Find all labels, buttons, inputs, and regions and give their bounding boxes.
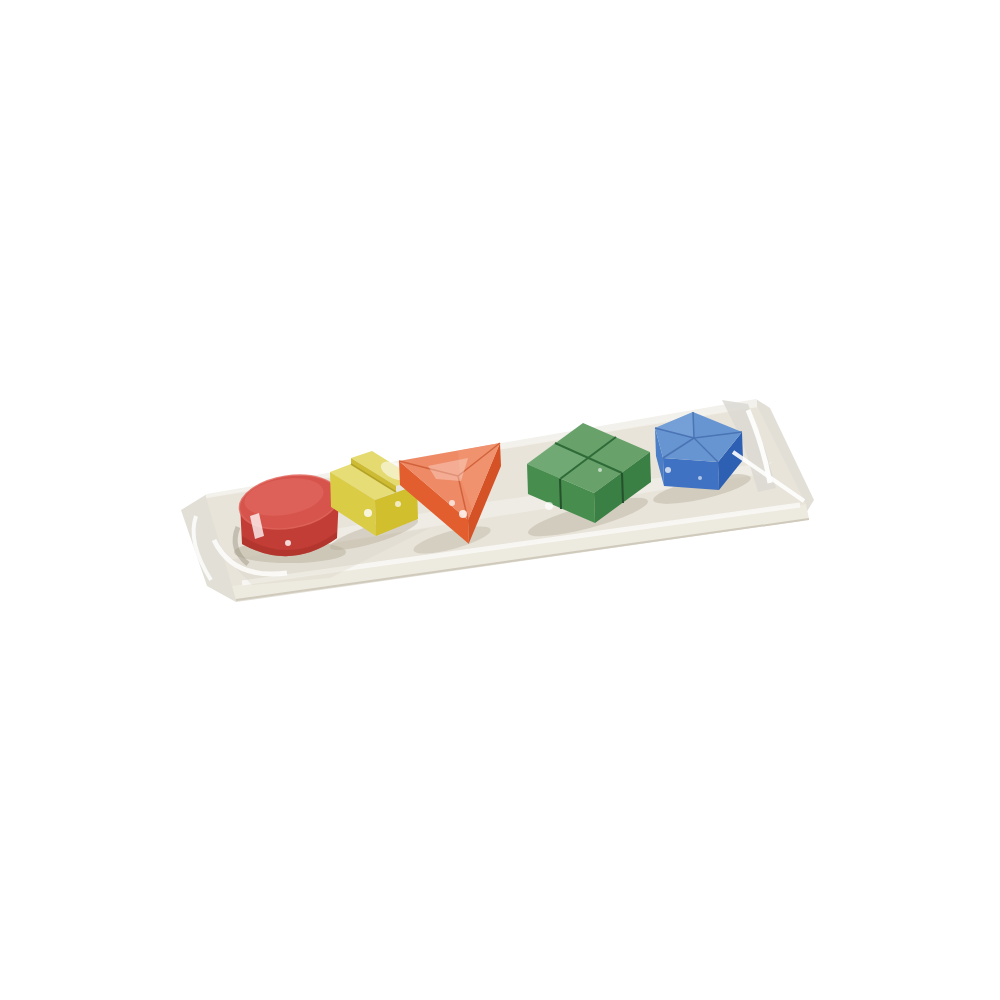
yellow-wrap-glint-1 (364, 509, 372, 517)
blue-wrap-glint-2 (698, 476, 702, 480)
product-photo (0, 0, 1000, 1000)
blue-front-face (663, 458, 719, 490)
red-wrap-glint-2 (285, 540, 291, 546)
yellow-wrap-glint-2 (395, 501, 401, 507)
blue-wrap-glint-1 (665, 467, 671, 473)
orange-wrap-glint-2 (449, 500, 455, 506)
orange-wrap-glint-1 (459, 510, 467, 518)
green-wrap-glint-1 (545, 502, 553, 510)
puzzle-scene (0, 0, 1000, 1000)
green-wrap-glint-2 (598, 468, 602, 472)
